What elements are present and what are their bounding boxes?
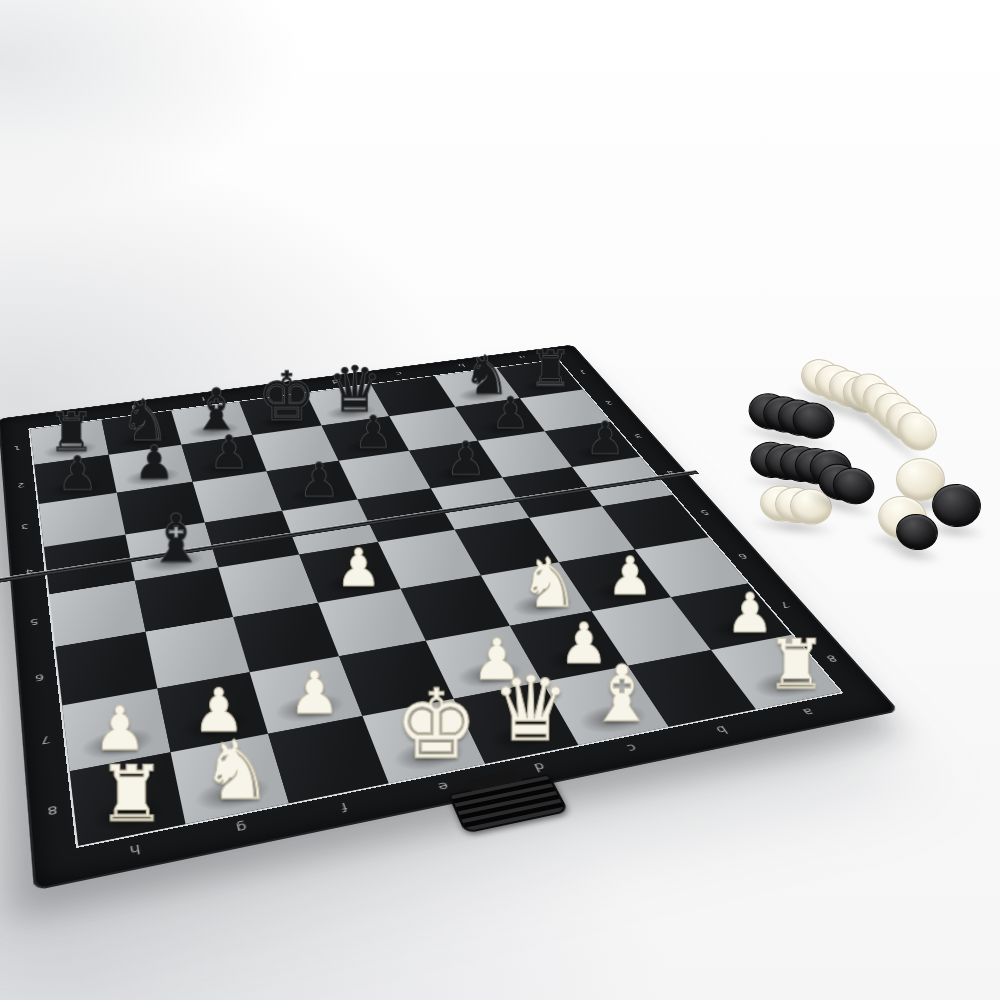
black-pawn-b2[interactable]: ♟ [491,393,529,434]
play-area: ♜♞♝♚♛♞♜♟♟♟♟♟♟♟♟♝♟♞♟♟♟♟♟♟♟♜♞♚♛♝♜ [28,359,843,848]
black-pawn-g2[interactable]: ♟ [134,441,175,485]
white-rook-a8[interactable]: ♜ [766,632,827,698]
coord-label-8: 8 [35,772,70,852]
coord-label-2: 2 [9,465,33,507]
black-pawn-f2[interactable]: ♟ [209,431,249,474]
black-pawn-e3[interactable]: ♟ [299,458,340,503]
checkers-stack-white-3[interactable] [843,365,944,458]
black-pawn-h2[interactable]: ♟ [57,452,98,497]
coord-label-6: 6 [25,647,56,710]
black-bishop-g4[interactable]: ♝ [147,508,206,572]
white-pawn-e5[interactable]: ♟ [336,544,381,594]
black-pawn-a3[interactable]: ♟ [585,417,624,460]
checkers-stack-black-6[interactable] [814,459,879,509]
black-pawn-c3[interactable]: ♟ [446,437,486,481]
white-queen-d8[interactable]: ♛ [491,666,570,751]
white-bishop-c8[interactable]: ♝ [588,658,657,733]
black-checker-disc[interactable] [893,511,941,554]
black-king-e1[interactable]: ♚ [257,364,316,428]
white-knight-c6[interactable]: ♞ [520,551,580,616]
coord-label-1: 1 [6,429,29,468]
white-pawn-b6[interactable]: ♟ [607,552,653,602]
white-pawn-f7[interactable]: ♟ [289,666,341,722]
white-rook-h8[interactable]: ♜ [98,757,166,831]
black-rook-a1[interactable]: ♜ [529,345,572,392]
black-pawn-d2[interactable]: ♟ [354,412,393,454]
white-king-e8[interactable]: ♚ [394,679,478,770]
coord-label-7: 7 [30,706,63,777]
white-knight-g8[interactable]: ♞ [201,733,273,810]
coord-label-5: 5 [20,595,49,652]
coord-label-3: 3 [12,504,37,550]
checkers-stack-black-10[interactable] [893,511,941,554]
